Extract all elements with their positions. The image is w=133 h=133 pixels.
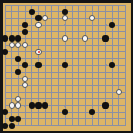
black-stone [62,109,68,115]
white-stone [116,89,122,95]
go-app-window [0,0,133,133]
black-stone [22,29,28,35]
grid-line-vertical [72,5,73,127]
black-stone [2,35,8,41]
black-stone [15,69,21,75]
black-stone [29,9,35,15]
white-stone [15,102,21,108]
black-stone [102,102,108,108]
white-stone [82,35,88,41]
grid-line-vertical [98,5,99,127]
grid-line-horizontal [5,98,127,99]
white-stone [42,15,48,21]
black-stone [62,9,68,15]
black-stone [109,22,115,28]
white-stone [22,42,28,48]
black-stone [15,116,21,122]
black-stone [29,102,35,108]
black-stone [15,56,21,62]
grid-line-vertical [92,5,93,127]
grid-line-vertical [78,5,79,127]
grid-line-vertical [118,5,119,127]
grid-line-vertical [125,5,126,127]
black-stone [62,62,68,68]
grid-line-horizontal [5,125,127,126]
black-stone [22,22,28,28]
black-stone [2,109,8,115]
grid-line-horizontal [5,92,127,93]
go-board[interactable] [3,3,131,131]
star-point [64,24,66,26]
black-stone [9,123,15,129]
black-stone [102,35,108,41]
white-stone [62,35,68,41]
black-stone [42,102,48,108]
black-stone [22,62,28,68]
grid-line-horizontal [5,72,127,73]
black-stone [35,15,41,21]
grid-line-horizontal [5,118,127,119]
grid-line-vertical [85,5,86,127]
black-stone [9,116,15,122]
black-stone [89,109,95,115]
black-stone [109,62,115,68]
white-stone [15,42,21,48]
white-stone [9,102,15,108]
black-stone [35,102,41,108]
black-stone [2,49,8,55]
black-stone [35,62,41,68]
white-stone [22,82,28,88]
last-move-marker [38,51,40,53]
black-stone [9,35,15,41]
star-point [24,105,26,107]
black-stone [2,123,8,129]
white-stone [9,42,15,48]
star-point [105,24,107,26]
black-stone [15,35,21,41]
white-stone [22,76,28,82]
white-stone [15,96,21,102]
white-stone [89,15,95,21]
white-stone [35,22,41,28]
white-stone [62,15,68,21]
